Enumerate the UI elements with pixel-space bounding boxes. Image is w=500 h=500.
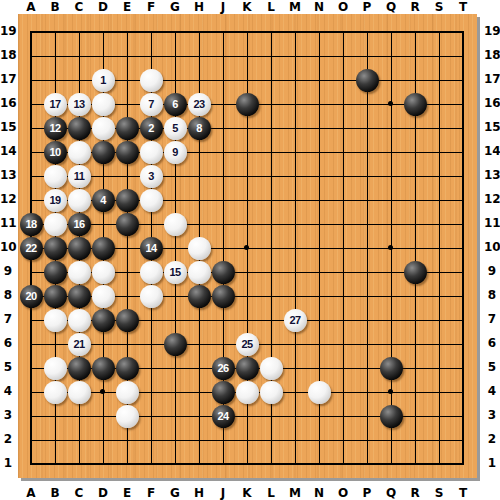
intersection-C3[interactable] xyxy=(67,404,91,428)
intersection-L13[interactable] xyxy=(259,164,283,188)
intersection-N16[interactable] xyxy=(307,92,331,116)
intersection-S12[interactable] xyxy=(427,188,451,212)
intersection-O3[interactable] xyxy=(331,404,355,428)
intersection-M14[interactable] xyxy=(283,140,307,164)
intersection-G3[interactable] xyxy=(163,404,187,428)
intersection-N10[interactable] xyxy=(307,236,331,260)
intersection-Q15[interactable] xyxy=(379,116,403,140)
intersection-A16[interactable] xyxy=(19,92,43,116)
intersection-D15[interactable] xyxy=(91,116,115,140)
intersection-G19[interactable] xyxy=(163,20,187,44)
intersection-N19[interactable] xyxy=(307,20,331,44)
intersection-G18[interactable] xyxy=(163,44,187,68)
intersection-K4[interactable] xyxy=(235,380,259,404)
intersection-N12[interactable] xyxy=(307,188,331,212)
intersection-B1[interactable] xyxy=(43,452,67,476)
intersection-N6[interactable] xyxy=(307,332,331,356)
intersection-H18[interactable] xyxy=(187,44,211,68)
intersection-E1[interactable] xyxy=(115,452,139,476)
intersection-H7[interactable] xyxy=(187,308,211,332)
intersection-O15[interactable] xyxy=(331,116,355,140)
intersection-O7[interactable] xyxy=(331,308,355,332)
intersection-K1[interactable] xyxy=(235,452,259,476)
intersection-M18[interactable] xyxy=(283,44,307,68)
intersection-O9[interactable] xyxy=(331,260,355,284)
intersection-E6[interactable] xyxy=(115,332,139,356)
intersection-F2[interactable] xyxy=(139,428,163,452)
intersection-F6[interactable] xyxy=(139,332,163,356)
intersection-A5[interactable] xyxy=(19,356,43,380)
intersection-L14[interactable] xyxy=(259,140,283,164)
intersection-P2[interactable] xyxy=(355,428,379,452)
intersection-C17[interactable] xyxy=(67,68,91,92)
intersection-T12[interactable] xyxy=(451,188,475,212)
intersection-H19[interactable] xyxy=(187,20,211,44)
intersection-R9[interactable] xyxy=(403,260,427,284)
intersection-Q8[interactable] xyxy=(379,284,403,308)
intersection-E9[interactable] xyxy=(115,260,139,284)
intersection-L10[interactable] xyxy=(259,236,283,260)
intersection-B2[interactable] xyxy=(43,428,67,452)
intersection-D12[interactable]: 4 xyxy=(91,188,115,212)
intersection-K10[interactable] xyxy=(235,236,259,260)
intersection-K11[interactable] xyxy=(235,212,259,236)
intersection-B11[interactable] xyxy=(43,212,67,236)
intersection-T7[interactable] xyxy=(451,308,475,332)
intersection-B8[interactable] xyxy=(43,284,67,308)
intersection-D1[interactable] xyxy=(91,452,115,476)
intersection-J4[interactable] xyxy=(211,380,235,404)
intersection-E2[interactable] xyxy=(115,428,139,452)
intersection-G14[interactable]: 9 xyxy=(163,140,187,164)
intersection-B10[interactable] xyxy=(43,236,67,260)
intersection-N15[interactable] xyxy=(307,116,331,140)
intersection-F11[interactable] xyxy=(139,212,163,236)
intersection-O13[interactable] xyxy=(331,164,355,188)
intersection-Q5[interactable] xyxy=(379,356,403,380)
intersection-N4[interactable] xyxy=(307,380,331,404)
intersection-T16[interactable] xyxy=(451,92,475,116)
intersection-K17[interactable] xyxy=(235,68,259,92)
intersection-C19[interactable] xyxy=(67,20,91,44)
intersection-E3[interactable] xyxy=(115,404,139,428)
intersection-A17[interactable] xyxy=(19,68,43,92)
intersection-L7[interactable] xyxy=(259,308,283,332)
intersection-Q18[interactable] xyxy=(379,44,403,68)
intersection-A15[interactable] xyxy=(19,116,43,140)
intersection-J13[interactable] xyxy=(211,164,235,188)
intersection-A11[interactable]: 18 xyxy=(19,212,43,236)
intersection-D9[interactable] xyxy=(91,260,115,284)
intersection-Q1[interactable] xyxy=(379,452,403,476)
intersection-C4[interactable] xyxy=(67,380,91,404)
intersection-B16[interactable]: 17 xyxy=(43,92,67,116)
intersection-G16[interactable]: 6 xyxy=(163,92,187,116)
intersection-N18[interactable] xyxy=(307,44,331,68)
intersection-O6[interactable] xyxy=(331,332,355,356)
intersection-Q10[interactable] xyxy=(379,236,403,260)
intersection-P17[interactable] xyxy=(355,68,379,92)
intersection-P13[interactable] xyxy=(355,164,379,188)
intersection-P9[interactable] xyxy=(355,260,379,284)
intersection-F5[interactable] xyxy=(139,356,163,380)
intersection-A8[interactable]: 20 xyxy=(19,284,43,308)
intersection-E16[interactable] xyxy=(115,92,139,116)
intersection-H17[interactable] xyxy=(187,68,211,92)
intersection-D8[interactable] xyxy=(91,284,115,308)
intersection-P4[interactable] xyxy=(355,380,379,404)
intersection-R14[interactable] xyxy=(403,140,427,164)
intersection-B17[interactable] xyxy=(43,68,67,92)
intersection-G2[interactable] xyxy=(163,428,187,452)
intersection-F7[interactable] xyxy=(139,308,163,332)
intersection-M6[interactable] xyxy=(283,332,307,356)
intersection-F10[interactable]: 14 xyxy=(139,236,163,260)
intersection-N3[interactable] xyxy=(307,404,331,428)
intersection-J5[interactable]: 26 xyxy=(211,356,235,380)
intersection-K12[interactable] xyxy=(235,188,259,212)
intersection-A1[interactable] xyxy=(19,452,43,476)
intersection-C13[interactable]: 11 xyxy=(67,164,91,188)
intersection-J15[interactable] xyxy=(211,116,235,140)
intersection-B12[interactable]: 19 xyxy=(43,188,67,212)
intersection-A19[interactable] xyxy=(19,20,43,44)
intersection-H1[interactable] xyxy=(187,452,211,476)
intersection-E4[interactable] xyxy=(115,380,139,404)
intersection-H3[interactable] xyxy=(187,404,211,428)
intersection-C14[interactable] xyxy=(67,140,91,164)
intersection-D11[interactable] xyxy=(91,212,115,236)
intersection-R1[interactable] xyxy=(403,452,427,476)
intersection-K14[interactable] xyxy=(235,140,259,164)
intersection-Q6[interactable] xyxy=(379,332,403,356)
intersection-T5[interactable] xyxy=(451,356,475,380)
intersection-L8[interactable] xyxy=(259,284,283,308)
intersection-G15[interactable]: 5 xyxy=(163,116,187,140)
intersection-J16[interactable] xyxy=(211,92,235,116)
intersection-M5[interactable] xyxy=(283,356,307,380)
intersection-Q13[interactable] xyxy=(379,164,403,188)
intersection-A18[interactable] xyxy=(19,44,43,68)
intersection-E19[interactable] xyxy=(115,20,139,44)
intersection-P16[interactable] xyxy=(355,92,379,116)
intersection-B4[interactable] xyxy=(43,380,67,404)
intersection-C8[interactable] xyxy=(67,284,91,308)
intersection-O11[interactable] xyxy=(331,212,355,236)
intersection-H11[interactable] xyxy=(187,212,211,236)
intersection-T14[interactable] xyxy=(451,140,475,164)
intersection-E7[interactable] xyxy=(115,308,139,332)
intersection-P15[interactable] xyxy=(355,116,379,140)
intersection-Q11[interactable] xyxy=(379,212,403,236)
intersection-R5[interactable] xyxy=(403,356,427,380)
intersection-C1[interactable] xyxy=(67,452,91,476)
intersection-D14[interactable] xyxy=(91,140,115,164)
intersection-L6[interactable] xyxy=(259,332,283,356)
intersection-H9[interactable] xyxy=(187,260,211,284)
intersection-L18[interactable] xyxy=(259,44,283,68)
intersection-M17[interactable] xyxy=(283,68,307,92)
intersection-C5[interactable] xyxy=(67,356,91,380)
intersection-H5[interactable] xyxy=(187,356,211,380)
intersection-S18[interactable] xyxy=(427,44,451,68)
intersection-F9[interactable] xyxy=(139,260,163,284)
intersection-S4[interactable] xyxy=(427,380,451,404)
intersection-Q9[interactable] xyxy=(379,260,403,284)
intersection-M11[interactable] xyxy=(283,212,307,236)
intersection-O5[interactable] xyxy=(331,356,355,380)
intersection-F12[interactable] xyxy=(139,188,163,212)
intersection-E5[interactable] xyxy=(115,356,139,380)
intersection-E12[interactable] xyxy=(115,188,139,212)
intersection-T15[interactable] xyxy=(451,116,475,140)
intersection-S3[interactable] xyxy=(427,404,451,428)
intersection-N8[interactable] xyxy=(307,284,331,308)
intersection-T18[interactable] xyxy=(451,44,475,68)
intersection-C10[interactable] xyxy=(67,236,91,260)
intersection-K13[interactable] xyxy=(235,164,259,188)
intersection-M19[interactable] xyxy=(283,20,307,44)
intersection-T10[interactable] xyxy=(451,236,475,260)
intersection-M9[interactable] xyxy=(283,260,307,284)
intersection-C7[interactable] xyxy=(67,308,91,332)
intersection-H4[interactable] xyxy=(187,380,211,404)
intersection-P12[interactable] xyxy=(355,188,379,212)
intersection-G5[interactable] xyxy=(163,356,187,380)
intersection-N2[interactable] xyxy=(307,428,331,452)
intersection-R8[interactable] xyxy=(403,284,427,308)
intersection-K2[interactable] xyxy=(235,428,259,452)
intersection-B6[interactable] xyxy=(43,332,67,356)
intersection-O18[interactable] xyxy=(331,44,355,68)
intersection-M7[interactable]: 27 xyxy=(283,308,307,332)
intersection-B19[interactable] xyxy=(43,20,67,44)
intersection-J1[interactable] xyxy=(211,452,235,476)
intersection-L15[interactable] xyxy=(259,116,283,140)
intersection-S6[interactable] xyxy=(427,332,451,356)
intersection-Q17[interactable] xyxy=(379,68,403,92)
intersection-E11[interactable] xyxy=(115,212,139,236)
intersection-O4[interactable] xyxy=(331,380,355,404)
intersection-B14[interactable]: 10 xyxy=(43,140,67,164)
intersection-H13[interactable] xyxy=(187,164,211,188)
intersection-A2[interactable] xyxy=(19,428,43,452)
intersection-M15[interactable] xyxy=(283,116,307,140)
intersection-F14[interactable] xyxy=(139,140,163,164)
intersection-T19[interactable] xyxy=(451,20,475,44)
intersection-J18[interactable] xyxy=(211,44,235,68)
intersection-R11[interactable] xyxy=(403,212,427,236)
intersection-R6[interactable] xyxy=(403,332,427,356)
intersection-A7[interactable] xyxy=(19,308,43,332)
intersection-P1[interactable] xyxy=(355,452,379,476)
intersection-F17[interactable] xyxy=(139,68,163,92)
intersection-G13[interactable] xyxy=(163,164,187,188)
intersection-O10[interactable] xyxy=(331,236,355,260)
intersection-E17[interactable] xyxy=(115,68,139,92)
intersection-F1[interactable] xyxy=(139,452,163,476)
intersection-M2[interactable] xyxy=(283,428,307,452)
intersection-H2[interactable] xyxy=(187,428,211,452)
intersection-N13[interactable] xyxy=(307,164,331,188)
intersection-O12[interactable] xyxy=(331,188,355,212)
intersection-G6[interactable] xyxy=(163,332,187,356)
intersection-N11[interactable] xyxy=(307,212,331,236)
intersection-B13[interactable] xyxy=(43,164,67,188)
intersection-Q12[interactable] xyxy=(379,188,403,212)
intersection-R19[interactable] xyxy=(403,20,427,44)
intersection-P3[interactable] xyxy=(355,404,379,428)
intersection-Q19[interactable] xyxy=(379,20,403,44)
intersection-N17[interactable] xyxy=(307,68,331,92)
intersection-J6[interactable] xyxy=(211,332,235,356)
intersection-T13[interactable] xyxy=(451,164,475,188)
intersection-G8[interactable] xyxy=(163,284,187,308)
intersection-E10[interactable] xyxy=(115,236,139,260)
intersection-R4[interactable] xyxy=(403,380,427,404)
intersection-Q4[interactable] xyxy=(379,380,403,404)
intersection-A13[interactable] xyxy=(19,164,43,188)
intersection-M16[interactable] xyxy=(283,92,307,116)
intersection-M8[interactable] xyxy=(283,284,307,308)
intersection-F13[interactable]: 3 xyxy=(139,164,163,188)
intersection-T2[interactable] xyxy=(451,428,475,452)
intersection-D17[interactable]: 1 xyxy=(91,68,115,92)
intersection-S14[interactable] xyxy=(427,140,451,164)
intersection-S8[interactable] xyxy=(427,284,451,308)
intersection-Q3[interactable] xyxy=(379,404,403,428)
intersection-T17[interactable] xyxy=(451,68,475,92)
intersection-D4[interactable] xyxy=(91,380,115,404)
intersection-G4[interactable] xyxy=(163,380,187,404)
intersection-N7[interactable] xyxy=(307,308,331,332)
intersection-C15[interactable] xyxy=(67,116,91,140)
intersection-K15[interactable] xyxy=(235,116,259,140)
intersection-T8[interactable] xyxy=(451,284,475,308)
intersection-K9[interactable] xyxy=(235,260,259,284)
intersection-R10[interactable] xyxy=(403,236,427,260)
intersection-R3[interactable] xyxy=(403,404,427,428)
intersection-K16[interactable] xyxy=(235,92,259,116)
intersection-L11[interactable] xyxy=(259,212,283,236)
intersection-M10[interactable] xyxy=(283,236,307,260)
intersection-M12[interactable] xyxy=(283,188,307,212)
intersection-F19[interactable] xyxy=(139,20,163,44)
intersection-Q2[interactable] xyxy=(379,428,403,452)
intersection-F3[interactable] xyxy=(139,404,163,428)
intersection-P10[interactable] xyxy=(355,236,379,260)
intersection-D18[interactable] xyxy=(91,44,115,68)
intersection-L2[interactable] xyxy=(259,428,283,452)
intersection-S2[interactable] xyxy=(427,428,451,452)
intersection-G17[interactable] xyxy=(163,68,187,92)
intersection-T9[interactable] xyxy=(451,260,475,284)
intersection-D7[interactable] xyxy=(91,308,115,332)
intersection-D5[interactable] xyxy=(91,356,115,380)
intersection-P5[interactable] xyxy=(355,356,379,380)
intersection-P18[interactable] xyxy=(355,44,379,68)
intersection-J19[interactable] xyxy=(211,20,235,44)
intersection-T1[interactable] xyxy=(451,452,475,476)
intersection-G10[interactable] xyxy=(163,236,187,260)
intersection-H15[interactable]: 8 xyxy=(187,116,211,140)
intersection-C16[interactable]: 13 xyxy=(67,92,91,116)
intersection-S13[interactable] xyxy=(427,164,451,188)
intersection-N14[interactable] xyxy=(307,140,331,164)
intersection-L12[interactable] xyxy=(259,188,283,212)
intersection-B18[interactable] xyxy=(43,44,67,68)
intersection-A9[interactable] xyxy=(19,260,43,284)
intersection-C6[interactable]: 21 xyxy=(67,332,91,356)
intersection-C2[interactable] xyxy=(67,428,91,452)
intersection-F4[interactable] xyxy=(139,380,163,404)
intersection-K5[interactable] xyxy=(235,356,259,380)
intersection-D3[interactable] xyxy=(91,404,115,428)
intersection-Q7[interactable] xyxy=(379,308,403,332)
intersection-J3[interactable]: 24 xyxy=(211,404,235,428)
intersection-K19[interactable] xyxy=(235,20,259,44)
intersection-L16[interactable] xyxy=(259,92,283,116)
intersection-S16[interactable] xyxy=(427,92,451,116)
intersection-S11[interactable] xyxy=(427,212,451,236)
intersection-J11[interactable] xyxy=(211,212,235,236)
intersection-D13[interactable] xyxy=(91,164,115,188)
intersection-L3[interactable] xyxy=(259,404,283,428)
intersection-E15[interactable] xyxy=(115,116,139,140)
intersection-S5[interactable] xyxy=(427,356,451,380)
intersection-S7[interactable] xyxy=(427,308,451,332)
intersection-L19[interactable] xyxy=(259,20,283,44)
intersection-S1[interactable] xyxy=(427,452,451,476)
intersection-J7[interactable] xyxy=(211,308,235,332)
intersection-P14[interactable] xyxy=(355,140,379,164)
intersection-K3[interactable] xyxy=(235,404,259,428)
intersection-J2[interactable] xyxy=(211,428,235,452)
intersection-G9[interactable]: 15 xyxy=(163,260,187,284)
intersection-H12[interactable] xyxy=(187,188,211,212)
intersection-J17[interactable] xyxy=(211,68,235,92)
intersection-H6[interactable] xyxy=(187,332,211,356)
intersection-H14[interactable] xyxy=(187,140,211,164)
intersection-L9[interactable] xyxy=(259,260,283,284)
intersection-P8[interactable] xyxy=(355,284,379,308)
intersection-O14[interactable] xyxy=(331,140,355,164)
intersection-T6[interactable] xyxy=(451,332,475,356)
intersection-E8[interactable] xyxy=(115,284,139,308)
intersection-P6[interactable] xyxy=(355,332,379,356)
intersection-S19[interactable] xyxy=(427,20,451,44)
intersection-S10[interactable] xyxy=(427,236,451,260)
intersection-A10[interactable]: 22 xyxy=(19,236,43,260)
intersection-B15[interactable]: 12 xyxy=(43,116,67,140)
intersection-F15[interactable]: 2 xyxy=(139,116,163,140)
intersection-E14[interactable] xyxy=(115,140,139,164)
intersection-Q14[interactable] xyxy=(379,140,403,164)
intersection-E18[interactable] xyxy=(115,44,139,68)
intersection-R15[interactable] xyxy=(403,116,427,140)
intersection-A6[interactable] xyxy=(19,332,43,356)
intersection-J8[interactable] xyxy=(211,284,235,308)
intersection-H8[interactable] xyxy=(187,284,211,308)
intersection-M3[interactable] xyxy=(283,404,307,428)
intersection-S17[interactable] xyxy=(427,68,451,92)
intersection-R18[interactable] xyxy=(403,44,427,68)
intersection-D19[interactable] xyxy=(91,20,115,44)
intersection-T3[interactable] xyxy=(451,404,475,428)
intersection-P19[interactable] xyxy=(355,20,379,44)
intersection-G1[interactable] xyxy=(163,452,187,476)
intersection-P7[interactable] xyxy=(355,308,379,332)
